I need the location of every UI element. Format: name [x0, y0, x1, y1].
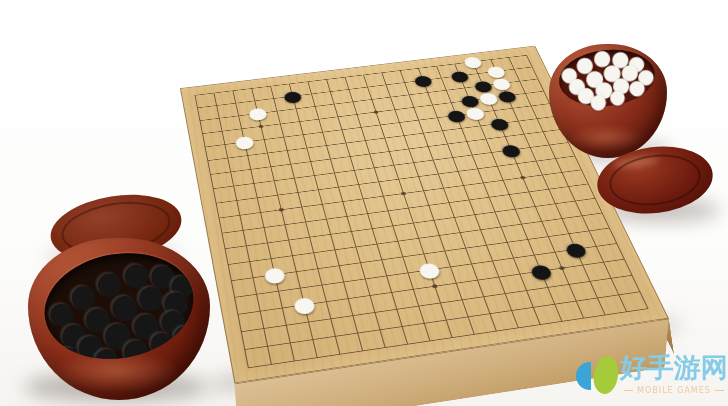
logo-blue-shape [576, 362, 591, 390]
black-stone: ● [486, 115, 513, 132]
star-point [279, 208, 285, 212]
star-point [520, 176, 526, 180]
watermark: 好手游网 MOBILE GAMES [574, 346, 726, 404]
white-stone: ● [246, 105, 270, 122]
star-point [432, 284, 438, 288]
go-photo-scene: ●●●●●●●●●●●●●●●●●●●●● ●●●●●●●●●●●●●●●●●●… [0, 0, 728, 406]
black-stone: ● [281, 88, 305, 104]
bowl-white-stone: ● [608, 86, 626, 107]
star-point [301, 303, 307, 308]
black-stone: ● [411, 73, 436, 89]
white-stone: ● [462, 105, 488, 122]
bowl-white-stone: ● [588, 90, 607, 112]
white-stone: ● [415, 260, 444, 281]
black-stone: ● [494, 88, 520, 104]
white-stone: ● [261, 264, 289, 285]
black-stone: ● [447, 68, 472, 84]
star-point [559, 266, 565, 270]
white-stone: ● [232, 133, 257, 150]
logo-green-shape [591, 355, 620, 396]
watermark-subtitle: MOBILE GAMES [624, 386, 724, 395]
black-stone: ● [561, 239, 591, 259]
watermark-logo [574, 354, 618, 398]
star-point [373, 110, 378, 113]
star-point [258, 125, 263, 129]
black-stone-bowl: ●●●●●●●●●●●●●●●●●●●● [28, 238, 210, 400]
white-stone-bowl: ●●●●●●●●●●●●●●●● [549, 44, 667, 158]
black-stone: ● [526, 261, 556, 282]
watermark-title: 好手游网 [620, 350, 726, 386]
bowl-white-stone: ● [627, 76, 646, 98]
white-stone: ● [290, 294, 319, 316]
black-stone: ● [497, 141, 524, 158]
star-point [401, 192, 407, 196]
